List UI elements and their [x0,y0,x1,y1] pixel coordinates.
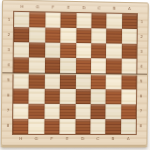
rank-label: 2 [138,29,146,44]
square-a2[interactable] [122,29,137,44]
rank-label: 4 [4,58,12,73]
square-f5[interactable] [45,73,61,88]
square-a7[interactable] [121,104,136,119]
square-d5[interactable] [75,74,90,89]
square-a8[interactable] [121,119,136,134]
file-label: E [59,135,74,144]
square-b4[interactable] [106,59,121,74]
rank-label: 8 [4,119,12,134]
square-b2[interactable] [106,29,121,44]
rank-label: 7 [137,104,145,119]
square-a3[interactable] [121,44,136,59]
square-e6[interactable] [60,89,76,104]
rank-label: 8 [137,119,145,134]
file-label: B [107,5,122,13]
square-d7[interactable] [75,104,90,119]
rank-label: 2 [5,27,13,42]
file-label: A [122,5,137,13]
file-label: E [61,4,76,12]
file-label: B [105,135,120,143]
rank-label: 1 [138,14,146,29]
file-label: C [90,135,105,143]
square-a4[interactable] [121,59,136,74]
square-c3[interactable] [91,43,106,58]
file-label: D [75,135,90,144]
square-f2[interactable] [45,28,61,43]
square-d2[interactable] [76,28,91,43]
rank-label: 6 [4,88,12,103]
square-g7[interactable] [29,104,45,119]
square-g3[interactable] [29,43,45,58]
square-h2[interactable] [14,27,30,42]
rank-label: 4 [137,59,145,74]
rank-label: 3 [137,44,145,59]
square-h3[interactable] [14,42,30,57]
square-b7[interactable] [106,104,121,119]
square-b8[interactable] [105,119,120,134]
square-c1[interactable] [91,13,106,28]
square-c7[interactable] [90,104,105,119]
file-label: G [30,3,46,11]
square-d8[interactable] [75,119,90,134]
square-e2[interactable] [60,28,76,43]
square-b5[interactable] [106,74,121,89]
square-h1[interactable] [14,12,30,28]
square-c5[interactable] [91,74,106,89]
rank-labels-right: 12345678 [137,14,146,134]
square-d6[interactable] [75,89,90,104]
square-f8[interactable] [44,119,60,134]
square-f4[interactable] [45,58,61,73]
square-e8[interactable] [60,119,76,134]
file-label: C [91,4,106,12]
square-g4[interactable] [29,58,45,73]
square-d3[interactable] [76,43,91,58]
square-e3[interactable] [60,43,76,58]
square-d4[interactable] [76,58,91,73]
square-f7[interactable] [44,104,60,119]
rank-label: 5 [137,74,145,89]
square-c4[interactable] [91,59,106,74]
square-f3[interactable] [45,43,61,58]
square-h8[interactable] [13,119,29,134]
square-g5[interactable] [29,73,45,88]
chess-board: HGFEDCBA HGFEDCBA 12345678 12345678 [1,0,149,146]
file-label: H [14,3,30,11]
file-labels-bottom: HGFEDCBA [13,135,136,144]
square-b6[interactable] [106,89,121,104]
file-label: F [45,3,61,11]
square-e5[interactable] [60,73,76,88]
square-a6[interactable] [121,89,136,104]
file-label: H [13,135,29,144]
square-h4[interactable] [14,58,30,73]
square-e4[interactable] [60,58,76,73]
file-label: G [28,135,44,144]
square-b3[interactable] [106,44,121,59]
file-label: A [121,135,136,143]
square-e7[interactable] [60,104,76,119]
square-e1[interactable] [61,13,77,28]
board-photo: HGFEDCBA HGFEDCBA 12345678 12345678 [0,0,150,150]
square-a1[interactable] [122,14,137,29]
rank-label: 1 [5,12,13,27]
square-d1[interactable] [76,13,91,28]
square-f6[interactable] [44,88,60,103]
square-b1[interactable] [106,14,121,29]
square-g8[interactable] [29,119,45,134]
square-g2[interactable] [29,27,45,42]
file-label: D [76,4,91,12]
rank-labels-left: 12345678 [4,12,13,134]
rank-label: 5 [4,73,12,88]
square-g6[interactable] [29,88,45,103]
square-c8[interactable] [90,119,105,134]
rank-label: 3 [5,42,13,57]
square-g1[interactable] [30,12,46,27]
square-h6[interactable] [13,88,29,103]
rank-label: 7 [4,103,12,118]
rank-label: 6 [137,89,145,104]
file-label: F [44,135,60,144]
square-a5[interactable] [121,74,136,89]
square-c2[interactable] [91,28,106,43]
square-h7[interactable] [13,103,29,118]
squares-grid [13,12,137,134]
square-f1[interactable] [45,12,61,27]
square-h5[interactable] [13,73,29,88]
square-c6[interactable] [91,89,106,104]
